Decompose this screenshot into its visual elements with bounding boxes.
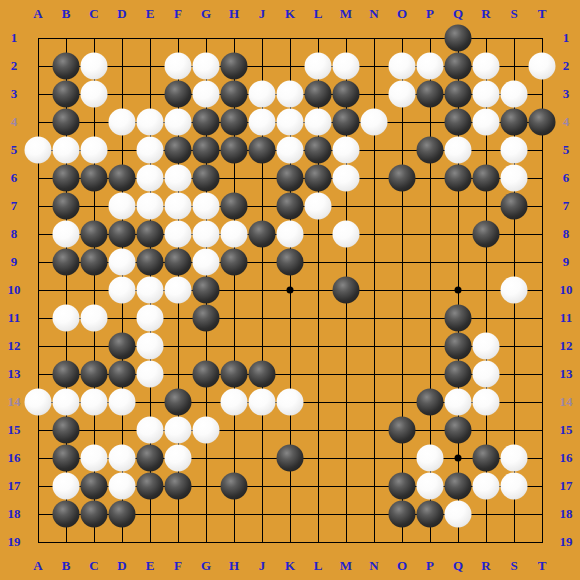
white-stone-E15: [137, 417, 164, 444]
white-stone-P16: [417, 445, 444, 472]
white-stone-B8: [53, 221, 80, 248]
column-label-D: D: [109, 6, 135, 22]
column-label-E: E: [137, 6, 163, 22]
column-label-O: O: [389, 6, 415, 22]
white-stone-P17: [417, 473, 444, 500]
column-label-N: N: [361, 558, 387, 574]
white-stone-F6: [165, 165, 192, 192]
black-stone-H3: [221, 81, 248, 108]
white-stone-F4: [165, 109, 192, 136]
white-stone-F15: [165, 417, 192, 444]
go-board-app: ABCDEFGHJKLMNOPQRST ABCDEFGHJKLMNOPQRST …: [0, 0, 580, 580]
black-stone-M3: [333, 81, 360, 108]
row-label-11: 11: [1, 310, 27, 326]
white-stone-K14: [277, 389, 304, 416]
white-stone-D16: [109, 445, 136, 472]
black-stone-D13: [109, 361, 136, 388]
white-stone-G2: [193, 53, 220, 80]
black-stone-F5: [165, 137, 192, 164]
white-stone-B17: [53, 473, 80, 500]
white-stone-M5: [333, 137, 360, 164]
black-stone-K7: [277, 193, 304, 220]
white-stone-E4: [137, 109, 164, 136]
column-label-A: A: [25, 558, 51, 574]
row-label-10: 10: [1, 282, 27, 298]
column-label-F: F: [165, 558, 191, 574]
black-stone-G10: [193, 277, 220, 304]
column-label-H: H: [221, 6, 247, 22]
black-stone-B2: [53, 53, 80, 80]
row-label-1: 1: [1, 30, 27, 46]
row-label-8: 8: [553, 226, 579, 242]
white-stone-P2: [417, 53, 444, 80]
black-stone-B6: [53, 165, 80, 192]
white-stone-K5: [277, 137, 304, 164]
black-stone-Q3: [445, 81, 472, 108]
column-label-L: L: [305, 558, 331, 574]
row-label-4: 4: [553, 114, 579, 130]
white-stone-K8: [277, 221, 304, 248]
white-stone-R14: [473, 389, 500, 416]
white-stone-M8: [333, 221, 360, 248]
white-stone-A5: [25, 137, 52, 164]
black-stone-T4: [529, 109, 556, 136]
row-label-10: 10: [553, 282, 579, 298]
black-stone-P18: [417, 501, 444, 528]
black-stone-Q17: [445, 473, 472, 500]
black-stone-S4: [501, 109, 528, 136]
white-stone-S17: [501, 473, 528, 500]
black-stone-C9: [81, 249, 108, 276]
row-label-15: 15: [553, 422, 579, 438]
row-label-7: 7: [553, 198, 579, 214]
white-stone-C11: [81, 305, 108, 332]
column-label-J: J: [249, 558, 275, 574]
black-stone-H7: [221, 193, 248, 220]
black-stone-E8: [137, 221, 164, 248]
black-stone-B15: [53, 417, 80, 444]
white-stone-K4: [277, 109, 304, 136]
black-stone-M4: [333, 109, 360, 136]
white-stone-S5: [501, 137, 528, 164]
row-label-9: 9: [1, 254, 27, 270]
black-stone-B18: [53, 501, 80, 528]
black-stone-Q12: [445, 333, 472, 360]
white-stone-E7: [137, 193, 164, 220]
black-stone-C17: [81, 473, 108, 500]
column-label-T: T: [529, 6, 555, 22]
black-stone-F17: [165, 473, 192, 500]
column-label-C: C: [81, 558, 107, 574]
black-stone-S7: [501, 193, 528, 220]
black-stone-D6: [109, 165, 136, 192]
white-stone-D4: [109, 109, 136, 136]
column-label-H: H: [221, 558, 247, 574]
white-stone-G8: [193, 221, 220, 248]
grid-line-horizontal: [38, 542, 543, 543]
column-label-L: L: [305, 6, 331, 22]
white-stone-F7: [165, 193, 192, 220]
black-stone-G4: [193, 109, 220, 136]
row-label-14: 14: [1, 394, 27, 410]
black-stone-B3: [53, 81, 80, 108]
white-stone-R17: [473, 473, 500, 500]
row-label-3: 3: [553, 86, 579, 102]
black-stone-H2: [221, 53, 248, 80]
black-stone-K6: [277, 165, 304, 192]
black-stone-C13: [81, 361, 108, 388]
black-stone-J13: [249, 361, 276, 388]
black-stone-G13: [193, 361, 220, 388]
white-stone-J4: [249, 109, 276, 136]
white-stone-E12: [137, 333, 164, 360]
column-label-S: S: [501, 558, 527, 574]
white-stone-F10: [165, 277, 192, 304]
white-stone-A14: [25, 389, 52, 416]
row-label-2: 2: [553, 58, 579, 74]
hoshi-point-Q10: [455, 287, 462, 294]
black-stone-R6: [473, 165, 500, 192]
white-stone-M2: [333, 53, 360, 80]
black-stone-C8: [81, 221, 108, 248]
column-label-D: D: [109, 558, 135, 574]
row-label-16: 16: [553, 450, 579, 466]
black-stone-R16: [473, 445, 500, 472]
white-stone-J3: [249, 81, 276, 108]
column-label-Q: Q: [445, 558, 471, 574]
column-label-M: M: [333, 6, 359, 22]
black-stone-B13: [53, 361, 80, 388]
white-stone-B5: [53, 137, 80, 164]
column-label-P: P: [417, 6, 443, 22]
column-label-E: E: [137, 558, 163, 574]
black-stone-E17: [137, 473, 164, 500]
row-label-11: 11: [553, 310, 579, 326]
black-stone-K9: [277, 249, 304, 276]
black-stone-Q11: [445, 305, 472, 332]
white-stone-E10: [137, 277, 164, 304]
grid-line-vertical: [402, 38, 403, 543]
row-label-4: 4: [1, 114, 27, 130]
row-label-15: 15: [1, 422, 27, 438]
white-stone-D7: [109, 193, 136, 220]
white-stone-G3: [193, 81, 220, 108]
black-stone-K16: [277, 445, 304, 472]
row-label-13: 13: [1, 366, 27, 382]
white-stone-C14: [81, 389, 108, 416]
white-stone-E5: [137, 137, 164, 164]
black-stone-O6: [389, 165, 416, 192]
black-stone-L3: [305, 81, 332, 108]
column-label-S: S: [501, 6, 527, 22]
white-stone-G7: [193, 193, 220, 220]
black-stone-Q1: [445, 25, 472, 52]
row-label-9: 9: [553, 254, 579, 270]
column-label-Q: Q: [445, 6, 471, 22]
black-stone-C6: [81, 165, 108, 192]
column-label-C: C: [81, 6, 107, 22]
black-stone-Q13: [445, 361, 472, 388]
column-label-N: N: [361, 6, 387, 22]
black-stone-J8: [249, 221, 276, 248]
black-stone-F9: [165, 249, 192, 276]
black-stone-E9: [137, 249, 164, 276]
row-label-7: 7: [1, 198, 27, 214]
row-label-12: 12: [1, 338, 27, 354]
white-stone-R4: [473, 109, 500, 136]
column-label-G: G: [193, 558, 219, 574]
column-label-R: R: [473, 6, 499, 22]
white-stone-F8: [165, 221, 192, 248]
row-label-1: 1: [553, 30, 579, 46]
row-label-16: 16: [1, 450, 27, 466]
white-stone-T2: [529, 53, 556, 80]
column-label-B: B: [53, 558, 79, 574]
white-stone-C5: [81, 137, 108, 164]
white-stone-D10: [109, 277, 136, 304]
black-stone-Q4: [445, 109, 472, 136]
white-stone-S3: [501, 81, 528, 108]
black-stone-P5: [417, 137, 444, 164]
white-stone-Q18: [445, 501, 472, 528]
white-stone-B11: [53, 305, 80, 332]
white-stone-N4: [361, 109, 388, 136]
row-label-17: 17: [553, 478, 579, 494]
black-stone-J5: [249, 137, 276, 164]
black-stone-O18: [389, 501, 416, 528]
black-stone-H5: [221, 137, 248, 164]
white-stone-O3: [389, 81, 416, 108]
white-stone-R2: [473, 53, 500, 80]
column-label-B: B: [53, 6, 79, 22]
black-stone-H4: [221, 109, 248, 136]
row-label-2: 2: [1, 58, 27, 74]
black-stone-B4: [53, 109, 80, 136]
row-label-17: 17: [1, 478, 27, 494]
white-stone-M6: [333, 165, 360, 192]
black-stone-B7: [53, 193, 80, 220]
column-label-M: M: [333, 558, 359, 574]
row-label-6: 6: [553, 170, 579, 186]
hoshi-point-K10: [287, 287, 294, 294]
white-stone-H14: [221, 389, 248, 416]
white-stone-L4: [305, 109, 332, 136]
black-stone-D12: [109, 333, 136, 360]
black-stone-G6: [193, 165, 220, 192]
white-stone-F16: [165, 445, 192, 472]
white-stone-S6: [501, 165, 528, 192]
white-stone-E13: [137, 361, 164, 388]
black-stone-Q2: [445, 53, 472, 80]
black-stone-D8: [109, 221, 136, 248]
white-stone-S10: [501, 277, 528, 304]
row-label-18: 18: [553, 506, 579, 522]
black-stone-L6: [305, 165, 332, 192]
black-stone-B9: [53, 249, 80, 276]
white-stone-F2: [165, 53, 192, 80]
column-label-K: K: [277, 558, 303, 574]
white-stone-D9: [109, 249, 136, 276]
column-label-A: A: [25, 6, 51, 22]
row-label-5: 5: [553, 142, 579, 158]
black-stone-F14: [165, 389, 192, 416]
black-stone-O17: [389, 473, 416, 500]
black-stone-B16: [53, 445, 80, 472]
white-stone-Q14: [445, 389, 472, 416]
black-stone-E16: [137, 445, 164, 472]
row-label-19: 19: [1, 534, 27, 550]
white-stone-B14: [53, 389, 80, 416]
white-stone-H8: [221, 221, 248, 248]
white-stone-G15: [193, 417, 220, 444]
white-stone-D17: [109, 473, 136, 500]
white-stone-E11: [137, 305, 164, 332]
white-stone-J14: [249, 389, 276, 416]
white-stone-D14: [109, 389, 136, 416]
black-stone-Q15: [445, 417, 472, 444]
row-label-6: 6: [1, 170, 27, 186]
column-label-P: P: [417, 558, 443, 574]
row-label-18: 18: [1, 506, 27, 522]
row-label-13: 13: [553, 366, 579, 382]
black-stone-F3: [165, 81, 192, 108]
white-stone-S16: [501, 445, 528, 472]
white-stone-K3: [277, 81, 304, 108]
row-label-14: 14: [553, 394, 579, 410]
white-stone-R12: [473, 333, 500, 360]
white-stone-C2: [81, 53, 108, 80]
white-stone-R3: [473, 81, 500, 108]
column-label-K: K: [277, 6, 303, 22]
black-stone-R8: [473, 221, 500, 248]
row-label-19: 19: [553, 534, 579, 550]
column-label-G: G: [193, 6, 219, 22]
white-stone-Q5: [445, 137, 472, 164]
white-stone-E6: [137, 165, 164, 192]
row-label-3: 3: [1, 86, 27, 102]
black-stone-P14: [417, 389, 444, 416]
black-stone-O15: [389, 417, 416, 444]
black-stone-H9: [221, 249, 248, 276]
white-stone-R13: [473, 361, 500, 388]
black-stone-H17: [221, 473, 248, 500]
black-stone-H13: [221, 361, 248, 388]
black-stone-M10: [333, 277, 360, 304]
white-stone-C16: [81, 445, 108, 472]
column-label-J: J: [249, 6, 275, 22]
black-stone-Q6: [445, 165, 472, 192]
row-label-8: 8: [1, 226, 27, 242]
column-label-O: O: [389, 558, 415, 574]
white-stone-C3: [81, 81, 108, 108]
black-stone-C18: [81, 501, 108, 528]
column-label-F: F: [165, 6, 191, 22]
row-label-12: 12: [553, 338, 579, 354]
row-label-5: 5: [1, 142, 27, 158]
black-stone-L5: [305, 137, 332, 164]
white-stone-L2: [305, 53, 332, 80]
black-stone-G5: [193, 137, 220, 164]
hoshi-point-Q16: [455, 455, 462, 462]
black-stone-D18: [109, 501, 136, 528]
column-label-R: R: [473, 558, 499, 574]
white-stone-G9: [193, 249, 220, 276]
white-stone-L7: [305, 193, 332, 220]
black-stone-G11: [193, 305, 220, 332]
white-stone-O2: [389, 53, 416, 80]
column-label-T: T: [529, 558, 555, 574]
black-stone-P3: [417, 81, 444, 108]
